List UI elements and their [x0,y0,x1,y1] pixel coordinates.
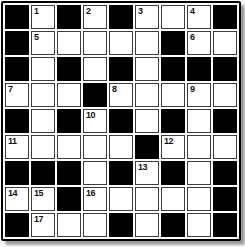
cell-r2c1[interactable] [31,57,55,81]
block-cell-r6c1 [31,161,55,185]
page: 1234567891011121314151617 [0,0,245,247]
cell-r3c4[interactable]: 8 [109,83,133,107]
block-cell-r0c0 [5,5,29,29]
block-cell-r4c0 [5,109,29,133]
block-cell-r1c6 [161,31,185,55]
cell-r8c5[interactable] [135,213,159,237]
cell-r3c6[interactable] [161,83,185,107]
clue-number-2: 2 [86,6,91,17]
cell-r7c6[interactable] [161,187,185,211]
block-cell-r0c2 [57,5,81,29]
block-cell-r8c0 [5,213,29,237]
block-cell-r3c3 [83,83,107,107]
cell-r3c7[interactable]: 9 [187,83,211,107]
block-cell-r4c2 [57,109,81,133]
cell-r8c2[interactable] [57,213,81,237]
block-cell-r6c8 [213,161,237,185]
cell-r6c3[interactable] [83,161,107,185]
cell-r0c6[interactable] [161,5,185,29]
block-cell-r4c4 [109,109,133,133]
clue-number-1: 1 [34,6,39,17]
block-cell-r8c4 [109,213,133,237]
cell-r0c1[interactable]: 1 [31,5,55,29]
block-cell-r8c8 [213,213,237,237]
clue-number-5: 5 [34,32,39,43]
cell-r5c8[interactable] [213,135,237,159]
cell-r4c5[interactable] [135,109,159,133]
cell-r1c5[interactable] [135,31,159,55]
clue-number-14: 14 [8,188,17,199]
cell-r2c3[interactable] [83,57,107,81]
clue-number-3: 3 [138,6,143,17]
block-cell-r6c6 [161,161,185,185]
cell-r5c1[interactable] [31,135,55,159]
cell-r2c5[interactable] [135,57,159,81]
cell-r3c8[interactable] [213,83,237,107]
cell-r5c4[interactable] [109,135,133,159]
block-cell-r2c8 [213,57,237,81]
cell-r3c0[interactable]: 7 [5,83,29,107]
clue-number-13: 13 [138,162,147,173]
cell-r5c0[interactable]: 11 [5,135,29,159]
block-cell-r0c4 [109,5,133,29]
cell-r1c4[interactable] [109,31,133,55]
cell-r7c5[interactable] [135,187,159,211]
clue-number-4: 4 [190,6,195,17]
block-cell-r4c8 [213,109,237,133]
crossword-board: 1234567891011121314151617 [1,1,241,241]
cell-r7c1[interactable]: 15 [31,187,55,211]
cell-r4c3[interactable]: 10 [83,109,107,133]
block-cell-r6c2 [57,161,81,185]
clue-number-16: 16 [86,188,95,199]
crossword-grid: 1234567891011121314151617 [5,5,237,237]
block-cell-r7c8 [213,187,237,211]
block-cell-r2c6 [161,57,185,81]
clue-number-9: 9 [190,84,195,95]
cell-r7c4[interactable] [109,187,133,211]
cell-r4c7[interactable] [187,109,211,133]
block-cell-r2c0 [5,57,29,81]
cell-r1c1[interactable]: 5 [31,31,55,55]
cell-r1c2[interactable] [57,31,81,55]
cell-r5c6[interactable]: 12 [161,135,185,159]
block-cell-r7c2 [57,187,81,211]
block-cell-r8c6 [161,213,185,237]
cell-r0c3[interactable]: 2 [83,5,107,29]
cell-r6c7[interactable] [187,161,211,185]
cell-r7c3[interactable]: 16 [83,187,107,211]
cell-r4c1[interactable] [31,109,55,133]
cell-r8c3[interactable] [83,213,107,237]
clue-number-12: 12 [164,136,173,147]
cell-r5c2[interactable] [57,135,81,159]
cell-r1c7[interactable]: 6 [187,31,211,55]
block-cell-r1c0 [5,31,29,55]
clue-number-8: 8 [112,84,117,95]
cell-r7c7[interactable] [187,187,211,211]
cell-r7c0[interactable]: 14 [5,187,29,211]
block-cell-r6c0 [5,161,29,185]
cell-r3c5[interactable] [135,83,159,107]
cell-r1c8[interactable] [213,31,237,55]
cell-r0c5[interactable]: 3 [135,5,159,29]
block-cell-r2c4 [109,57,133,81]
cell-r0c7[interactable]: 4 [187,5,211,29]
block-cell-r4c6 [161,109,185,133]
clue-number-17: 17 [34,214,43,225]
block-cell-r5c5 [135,135,159,159]
cell-r3c1[interactable] [31,83,55,107]
cell-r8c7[interactable] [187,213,211,237]
clue-number-15: 15 [34,188,43,199]
cell-r5c7[interactable] [187,135,211,159]
cell-r5c3[interactable] [83,135,107,159]
clue-number-10: 10 [86,110,95,121]
cell-r6c5[interactable]: 13 [135,161,159,185]
cell-r8c1[interactable]: 17 [31,213,55,237]
cell-r1c3[interactable] [83,31,107,55]
block-cell-r2c2 [57,57,81,81]
block-cell-r6c4 [109,161,133,185]
block-cell-r0c8 [213,5,237,29]
clue-number-7: 7 [8,84,13,95]
cell-r3c2[interactable] [57,83,81,107]
clue-number-6: 6 [190,32,195,43]
clue-number-11: 11 [8,136,17,147]
block-cell-r2c7 [187,57,211,81]
